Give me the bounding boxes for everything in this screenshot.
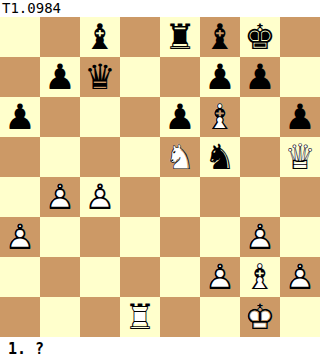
chess-board: ♝♜♝♚♟♛♟♟♟♟♝♗♟♞♘♞♛♕♟♙♟♙♟♙♟♙♟♙♝♗♟♙♜♖♚♔	[0, 17, 320, 337]
square-d2[interactable]	[120, 257, 160, 297]
square-a2[interactable]	[0, 257, 40, 297]
square-c6[interactable]	[80, 97, 120, 137]
black-pawn-icon: ♟	[40, 57, 80, 97]
white-queen-icon: ♛♕	[280, 137, 320, 177]
square-b8[interactable]	[40, 17, 80, 57]
square-f3[interactable]	[200, 217, 240, 257]
black-bishop-icon: ♝	[80, 17, 120, 57]
puzzle-id-label: T1.0984	[0, 0, 320, 17]
square-b6[interactable]	[40, 97, 80, 137]
white-pawn-icon: ♟♙	[40, 177, 80, 217]
square-h1[interactable]	[280, 297, 320, 337]
square-f8[interactable]: ♝	[200, 17, 240, 57]
square-f1[interactable]	[200, 297, 240, 337]
square-g2[interactable]: ♝♗	[240, 257, 280, 297]
square-d7[interactable]	[120, 57, 160, 97]
black-bishop-icon: ♝	[200, 17, 240, 57]
square-h2[interactable]: ♟♙	[280, 257, 320, 297]
square-a6[interactable]: ♟	[0, 97, 40, 137]
square-a3[interactable]: ♟♙	[0, 217, 40, 257]
square-c7[interactable]: ♛	[80, 57, 120, 97]
square-d5[interactable]	[120, 137, 160, 177]
square-h3[interactable]	[280, 217, 320, 257]
square-e8[interactable]: ♜	[160, 17, 200, 57]
square-b5[interactable]	[40, 137, 80, 177]
white-king-icon: ♚♔	[240, 297, 280, 337]
square-f7[interactable]: ♟	[200, 57, 240, 97]
square-h5[interactable]: ♛♕	[280, 137, 320, 177]
square-d4[interactable]	[120, 177, 160, 217]
black-pawn-icon: ♟	[240, 57, 280, 97]
square-a5[interactable]	[0, 137, 40, 177]
white-pawn-icon: ♟♙	[80, 177, 120, 217]
white-pawn-icon: ♟♙	[200, 257, 240, 297]
square-e4[interactable]	[160, 177, 200, 217]
square-b3[interactable]	[40, 217, 80, 257]
square-c2[interactable]	[80, 257, 120, 297]
square-e5[interactable]: ♞♘	[160, 137, 200, 177]
white-knight-icon: ♞♘	[160, 137, 200, 177]
square-g8[interactable]: ♚	[240, 17, 280, 57]
black-pawn-icon: ♟	[160, 97, 200, 137]
square-c4[interactable]: ♟♙	[80, 177, 120, 217]
square-h8[interactable]	[280, 17, 320, 57]
square-g7[interactable]: ♟	[240, 57, 280, 97]
move-prompt: 1. ?	[0, 337, 320, 360]
square-g1[interactable]: ♚♔	[240, 297, 280, 337]
white-pawn-icon: ♟♙	[0, 217, 40, 257]
square-a7[interactable]	[0, 57, 40, 97]
square-d1[interactable]: ♜♖	[120, 297, 160, 337]
square-d3[interactable]	[120, 217, 160, 257]
square-h7[interactable]	[280, 57, 320, 97]
white-pawn-icon: ♟♙	[240, 217, 280, 257]
square-f6[interactable]: ♝♗	[200, 97, 240, 137]
white-pawn-icon: ♟♙	[280, 257, 320, 297]
square-f4[interactable]	[200, 177, 240, 217]
square-g3[interactable]: ♟♙	[240, 217, 280, 257]
square-g6[interactable]	[240, 97, 280, 137]
square-h4[interactable]	[280, 177, 320, 217]
white-bishop-icon: ♝♗	[200, 97, 240, 137]
square-b7[interactable]: ♟	[40, 57, 80, 97]
square-a1[interactable]	[0, 297, 40, 337]
square-c5[interactable]	[80, 137, 120, 177]
square-c1[interactable]	[80, 297, 120, 337]
black-knight-icon: ♞	[200, 137, 240, 177]
square-c3[interactable]	[80, 217, 120, 257]
square-e1[interactable]	[160, 297, 200, 337]
square-a8[interactable]	[0, 17, 40, 57]
white-rook-icon: ♜♖	[120, 297, 160, 337]
square-e2[interactable]	[160, 257, 200, 297]
black-king-icon: ♚	[240, 17, 280, 57]
square-b1[interactable]	[40, 297, 80, 337]
square-b4[interactable]: ♟♙	[40, 177, 80, 217]
square-f2[interactable]: ♟♙	[200, 257, 240, 297]
black-pawn-icon: ♟	[200, 57, 240, 97]
square-g5[interactable]	[240, 137, 280, 177]
square-c8[interactable]: ♝	[80, 17, 120, 57]
square-f5[interactable]: ♞	[200, 137, 240, 177]
square-b2[interactable]	[40, 257, 80, 297]
square-d8[interactable]	[120, 17, 160, 57]
square-e3[interactable]	[160, 217, 200, 257]
black-pawn-icon: ♟	[280, 97, 320, 137]
black-rook-icon: ♜	[160, 17, 200, 57]
square-a4[interactable]	[0, 177, 40, 217]
black-pawn-icon: ♟	[0, 97, 40, 137]
square-h6[interactable]: ♟	[280, 97, 320, 137]
black-queen-icon: ♛	[80, 57, 120, 97]
square-e7[interactable]	[160, 57, 200, 97]
square-e6[interactable]: ♟	[160, 97, 200, 137]
white-bishop-icon: ♝♗	[240, 257, 280, 297]
square-g4[interactable]	[240, 177, 280, 217]
square-d6[interactable]	[120, 97, 160, 137]
